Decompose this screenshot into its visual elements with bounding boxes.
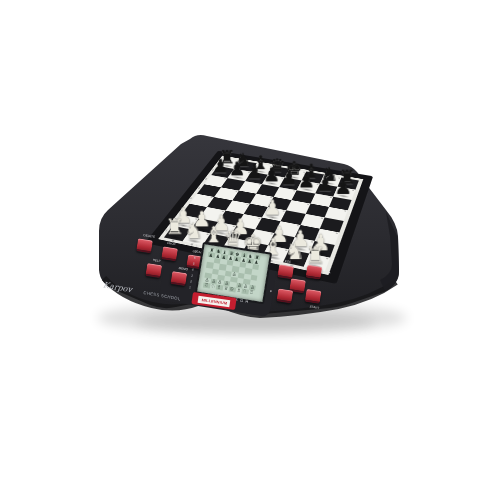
brand-logo-text: MILLENNIUM (201, 297, 227, 304)
coord-label: 6 (205, 178, 208, 180)
piece-black-p-a7[interactable]: ♟ (212, 157, 230, 175)
lcd-board: ♜♞♝♛♚♝♞♜♟♟♟♟♟♟♟♟♙♙♙♙♙♙♙♙♖♘♗♕♔♗♘♖ (203, 247, 261, 296)
button-delete[interactable] (136, 238, 153, 253)
button-start[interactable] (305, 289, 322, 304)
up-arrow-label: ▲ (328, 270, 331, 273)
piece-white-p-e4[interactable]: ♟ (262, 197, 282, 218)
button-down[interactable] (276, 288, 293, 303)
square-f6[interactable] (292, 190, 315, 203)
lcd-piece: ♔ (230, 287, 235, 292)
piece-black-p-f7[interactable]: ♟ (297, 171, 315, 190)
button-esc[interactable] (277, 264, 294, 279)
lcd-piece: ♘ (210, 284, 215, 289)
piece-black-p-g7[interactable]: ♟ (315, 174, 334, 193)
coord-label: 4 (192, 268, 195, 271)
lcd-square-h1: ♖ (248, 289, 255, 295)
left-button-label-2: DROP (167, 241, 176, 245)
lcd-piece: ♕ (223, 286, 228, 291)
coord-label: 7 (195, 250, 198, 253)
model-name-caps: CHESS SCHOOL (144, 291, 182, 302)
model-name-script: Karpov (102, 280, 132, 294)
left-button-label-4: HELP (153, 258, 161, 262)
coord-label: 6 (194, 256, 197, 259)
coord-label: 5 (193, 262, 196, 265)
piece-black-p-b7[interactable]: ♟ (228, 159, 246, 178)
lcd-piece: ♗ (217, 285, 222, 290)
lcd-piece: ♘ (242, 289, 247, 294)
piece-black-p-h7[interactable]: ♟ (334, 177, 353, 197)
coord-label: 5 (198, 188, 201, 190)
product-photo-stage: ♜♞♝♛♚♝♞♜♟♟♟♟♟♟♟♟♟♟♟♟♟♟♟♟♜♞♝♛♚♝♞♜ ABCDEFG… (0, 0, 500, 500)
coord-label: 8 (196, 244, 199, 247)
coord-label: 2 (190, 280, 193, 283)
brand-logo-inner: MILLENNIUM (198, 295, 231, 306)
piece-white-r-a1[interactable]: ♜ (164, 216, 185, 237)
button-help[interactable] (145, 263, 162, 278)
esc-label: ESC (285, 260, 292, 264)
left-button-label-1: DELETE (143, 234, 155, 239)
lcd-piece: ♗ (236, 288, 241, 293)
piece-black-p-d7[interactable]: ♟ (262, 165, 280, 184)
piece-black-p-e7[interactable]: ♟ (280, 168, 298, 187)
start-label: START (310, 305, 320, 309)
button-up[interactable] (305, 265, 322, 280)
coord-label: 1 (189, 286, 192, 289)
button-memo[interactable] (170, 271, 187, 286)
lcd-piece: ♖ (249, 290, 254, 295)
lcd-piece: ♖ (204, 283, 209, 288)
button-drop[interactable] (161, 246, 178, 261)
piece-black-p-c7[interactable]: ♟ (245, 162, 263, 181)
left-button-label-5: MEMO (178, 266, 188, 270)
coord-label: 3 (191, 274, 194, 277)
